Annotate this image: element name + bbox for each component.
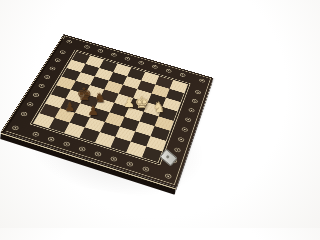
ring-ornament-icon [54, 58, 61, 63]
white-king: ♚ [135, 95, 149, 111]
ring-ornament-icon [83, 45, 90, 49]
ring-ornament-icon [66, 40, 73, 44]
ring-ornament-icon [38, 83, 46, 88]
ring-ornament-icon [59, 50, 66, 55]
ring-ornament-icon [125, 161, 133, 167]
white-knight: ♞ [153, 100, 166, 114]
ring-ornament-icon [179, 73, 186, 78]
ring-ornament-icon [185, 117, 192, 122]
ring-ornament-icon [142, 166, 150, 172]
white-pawn: ♟ [123, 96, 135, 109]
ring-ornament-icon [32, 92, 40, 97]
black-king: ♚ [76, 86, 91, 103]
ring-ornament-icon [109, 156, 117, 162]
ring-ornament-icon [26, 101, 34, 106]
ring-ornament-icon [78, 146, 86, 152]
black-pawn: ♟ [65, 101, 76, 113]
ring-ornament-icon [110, 52, 117, 57]
ring-ornament-icon [164, 173, 172, 179]
ring-ornament-icon [62, 141, 70, 147]
ring-ornament-icon [188, 107, 195, 112]
ring-ornament-icon [137, 60, 144, 65]
product-photo-scene: ♚♞♟♟♟♚♞ [0, 0, 228, 228]
ring-ornament-icon [195, 89, 202, 94]
ring-ornament-icon [47, 136, 55, 142]
ring-ornament-icon [199, 78, 206, 83]
ring-ornament-icon [191, 98, 198, 103]
ring-ornament-icon [20, 111, 28, 117]
ring-ornament-icon [124, 56, 131, 61]
ring-ornament-icon [174, 147, 181, 153]
ring-ornament-icon [151, 64, 158, 69]
ring-ornament-icon [97, 49, 104, 53]
ring-ornament-icon [178, 136, 185, 142]
ring-ornament-icon [11, 125, 19, 131]
ring-ornament-icon [44, 74, 51, 79]
ring-ornament-icon [31, 131, 39, 137]
ring-ornament-icon [165, 68, 172, 73]
ring-ornament-icon [181, 126, 188, 132]
ring-ornament-icon [94, 151, 102, 157]
black-pawn: ♟ [87, 104, 99, 117]
ring-ornament-icon [49, 66, 56, 71]
